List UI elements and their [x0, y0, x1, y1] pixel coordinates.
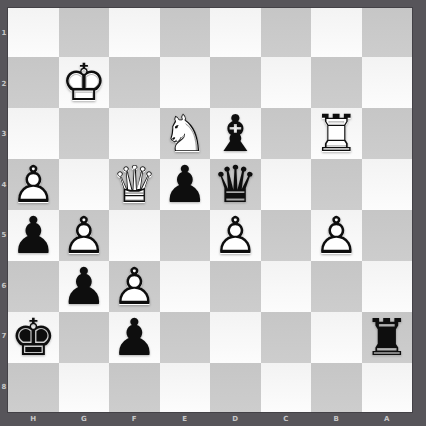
- square-h1[interactable]: [8, 8, 59, 57]
- black-queen-glyph: ♛: [212, 159, 258, 210]
- black-bishop-glyph: ♝: [212, 108, 258, 159]
- piece-black-queen[interactable]: ♛: [210, 159, 261, 210]
- piece-black-rook[interactable]: ♜: [362, 312, 413, 363]
- square-c7[interactable]: [261, 312, 312, 363]
- square-b7[interactable]: [311, 312, 362, 363]
- piece-white-king[interactable]: ♚♔: [59, 57, 110, 108]
- piece-white-pawn[interactable]: ♟♙: [109, 261, 160, 312]
- square-b6[interactable]: [311, 261, 362, 312]
- square-g6[interactable]: ♟: [59, 261, 110, 312]
- square-e6[interactable]: [160, 261, 211, 312]
- square-a3[interactable]: [362, 108, 413, 159]
- square-f4[interactable]: ♛♕: [109, 159, 160, 210]
- file-label-d: D: [210, 412, 261, 426]
- square-a2[interactable]: [362, 57, 413, 108]
- square-f8[interactable]: [109, 363, 160, 412]
- square-g3[interactable]: [59, 108, 110, 159]
- rank-label-4: 4: [0, 160, 8, 211]
- square-a5[interactable]: [362, 210, 413, 261]
- white-queen-glyph: ♕: [111, 159, 157, 210]
- square-g8[interactable]: [59, 363, 110, 412]
- square-c3[interactable]: [261, 108, 312, 159]
- square-e4[interactable]: ♟: [160, 159, 211, 210]
- square-e1[interactable]: [160, 8, 211, 57]
- square-f1[interactable]: [109, 8, 160, 57]
- square-g5[interactable]: ♟♙: [59, 210, 110, 261]
- black-rook-glyph: ♜: [364, 312, 410, 363]
- piece-black-bishop[interactable]: ♝: [210, 108, 261, 159]
- square-e3[interactable]: ♞♘: [160, 108, 211, 159]
- square-c2[interactable]: [261, 57, 312, 108]
- square-f3[interactable]: [109, 108, 160, 159]
- square-d4[interactable]: ♛: [210, 159, 261, 210]
- file-label-f: F: [109, 412, 160, 426]
- square-g4[interactable]: [59, 159, 110, 210]
- square-g2[interactable]: ♚♔: [59, 57, 110, 108]
- square-g7[interactable]: [59, 312, 110, 363]
- white-knight-glyph: ♘: [162, 108, 208, 159]
- rank-label-8: 8: [0, 362, 8, 413]
- square-c1[interactable]: [261, 8, 312, 57]
- square-d3[interactable]: ♝: [210, 108, 261, 159]
- black-pawn-glyph: ♟: [162, 159, 208, 210]
- white-king-glyph: ♔: [61, 57, 107, 108]
- white-rook-glyph: ♖: [313, 108, 359, 159]
- square-c8[interactable]: [261, 363, 312, 412]
- square-d8[interactable]: [210, 363, 261, 412]
- piece-white-pawn[interactable]: ♟♙: [8, 159, 59, 210]
- piece-black-pawn[interactable]: ♟: [59, 261, 110, 312]
- black-king-glyph: ♚: [10, 312, 56, 363]
- square-d6[interactable]: [210, 261, 261, 312]
- file-label-c: C: [261, 412, 312, 426]
- square-c5[interactable]: [261, 210, 312, 261]
- square-b8[interactable]: [311, 363, 362, 412]
- square-a4[interactable]: [362, 159, 413, 210]
- piece-white-rook[interactable]: ♜♖: [311, 108, 362, 159]
- rank-label-7: 7: [0, 311, 8, 362]
- piece-white-pawn[interactable]: ♟♙: [59, 210, 110, 261]
- square-d7[interactable]: [210, 312, 261, 363]
- square-e5[interactable]: [160, 210, 211, 261]
- rank-label-1: 1: [0, 8, 8, 59]
- chess-board-frame: 12345678 HGFEDCBA ♚♔♞♘♝♜♖♟♙♛♕♟♛♟♟♙♟♙♟♙♟♟…: [0, 0, 426, 426]
- chess-board[interactable]: ♚♔♞♘♝♜♖♟♙♛♕♟♛♟♟♙♟♙♟♙♟♟♙♚♟♜: [8, 8, 412, 412]
- square-a7[interactable]: ♜: [362, 312, 413, 363]
- square-b4[interactable]: [311, 159, 362, 210]
- piece-white-knight[interactable]: ♞♘: [160, 108, 211, 159]
- square-h2[interactable]: [8, 57, 59, 108]
- white-pawn-glyph: ♙: [10, 159, 56, 210]
- piece-white-pawn[interactable]: ♟♙: [311, 210, 362, 261]
- square-b3[interactable]: ♜♖: [311, 108, 362, 159]
- piece-black-pawn[interactable]: ♟: [8, 210, 59, 261]
- black-pawn-glyph: ♟: [61, 261, 107, 312]
- square-d1[interactable]: [210, 8, 261, 57]
- square-f2[interactable]: [109, 57, 160, 108]
- piece-black-pawn[interactable]: ♟: [109, 312, 160, 363]
- square-g1[interactable]: [59, 8, 110, 57]
- file-labels: HGFEDCBA: [8, 412, 412, 426]
- square-b2[interactable]: [311, 57, 362, 108]
- square-h8[interactable]: [8, 363, 59, 412]
- white-pawn-glyph: ♙: [212, 210, 258, 261]
- square-h3[interactable]: [8, 108, 59, 159]
- rank-label-3: 3: [0, 109, 8, 160]
- square-d5[interactable]: ♟♙: [210, 210, 261, 261]
- rank-label-2: 2: [0, 59, 8, 110]
- square-d2[interactable]: [210, 57, 261, 108]
- black-pawn-glyph: ♟: [10, 210, 56, 261]
- rank-labels: 12345678: [0, 8, 8, 412]
- white-pawn-glyph: ♙: [313, 210, 359, 261]
- square-f7[interactable]: ♟: [109, 312, 160, 363]
- square-b5[interactable]: ♟♙: [311, 210, 362, 261]
- square-h6[interactable]: [8, 261, 59, 312]
- square-a6[interactable]: [362, 261, 413, 312]
- piece-black-pawn[interactable]: ♟: [160, 159, 211, 210]
- file-label-h: H: [8, 412, 59, 426]
- square-a1[interactable]: [362, 8, 413, 57]
- square-c4[interactable]: [261, 159, 312, 210]
- white-pawn-glyph: ♙: [61, 210, 107, 261]
- square-f6[interactable]: ♟♙: [109, 261, 160, 312]
- file-label-e: E: [160, 412, 211, 426]
- square-e7[interactable]: [160, 312, 211, 363]
- file-label-g: G: [59, 412, 110, 426]
- square-e2[interactable]: [160, 57, 211, 108]
- square-h4[interactable]: ♟♙: [8, 159, 59, 210]
- square-h5[interactable]: ♟: [8, 210, 59, 261]
- square-e8[interactable]: [160, 363, 211, 412]
- file-label-b: B: [311, 412, 362, 426]
- file-label-a: A: [362, 412, 413, 426]
- square-f5[interactable]: [109, 210, 160, 261]
- square-h7[interactable]: ♚: [8, 312, 59, 363]
- piece-black-king[interactable]: ♚: [8, 312, 59, 363]
- piece-white-pawn[interactable]: ♟♙: [210, 210, 261, 261]
- white-pawn-glyph: ♙: [111, 261, 157, 312]
- square-a8[interactable]: [362, 363, 413, 412]
- square-c6[interactable]: [261, 261, 312, 312]
- square-b1[interactable]: [311, 8, 362, 57]
- rank-label-5: 5: [0, 210, 8, 261]
- rank-label-6: 6: [0, 261, 8, 312]
- piece-white-queen[interactable]: ♛♕: [109, 159, 160, 210]
- black-pawn-glyph: ♟: [111, 312, 157, 363]
